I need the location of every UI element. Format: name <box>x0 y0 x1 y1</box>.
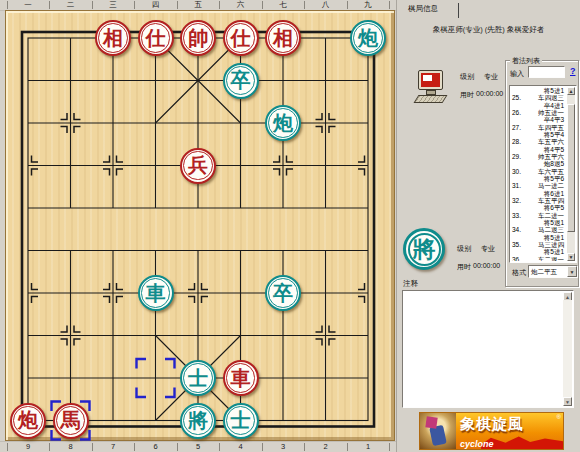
file-label: 九 <box>364 0 372 10</box>
file-label: 一 <box>24 0 32 10</box>
red-level-label: 级别 <box>460 72 474 82</box>
black-side-piece-icon: 將 <box>403 228 445 270</box>
move-list-item[interactable]: 将5退1 <box>511 219 567 226</box>
file-label: 五 <box>194 0 202 10</box>
move-list-item[interactable]: 卒4平3 <box>511 116 567 123</box>
move-list-item[interactable]: 将5平6 <box>511 175 567 182</box>
black-time-label: 用时 <box>457 262 471 272</box>
cyclone-ad-banner[interactable]: 象棋旋風 ® cyclone <box>419 412 564 450</box>
label-separator <box>7 443 8 451</box>
label-separator <box>304 1 305 9</box>
file-label: 四 <box>152 0 160 10</box>
black-time-value: 00:00:00 <box>473 262 500 269</box>
move-list-item[interactable]: 将5进1 <box>511 87 567 94</box>
notes-scroll-track[interactable] <box>563 300 572 398</box>
move-list-item[interactable]: 34.马二退三 <box>511 226 567 233</box>
file-label: 3 <box>281 442 285 452</box>
black-level-label: 级别 <box>457 244 471 254</box>
notes-label: 注释 <box>403 279 418 289</box>
banner-main: 象棋旋風 ® cyclone <box>456 413 563 449</box>
xiangqi-piece-red-車[interactable]: 車 <box>223 360 259 396</box>
label-separator <box>7 1 8 9</box>
movelist-group-label: 着法列表 <box>510 56 542 66</box>
move-list-item[interactable]: 33.车二进一 <box>511 212 567 219</box>
move-list-item[interactable]: 将6进1 <box>511 190 567 197</box>
registered-mark-icon: ® <box>557 414 561 420</box>
xiangqi-piece-teal-士[interactable]: 士 <box>223 403 259 439</box>
label-separator <box>92 443 93 451</box>
move-list-item[interactable]: 将4平5 <box>511 146 567 153</box>
board-grid[interactable]: 相仕帥仕相炮卒炮兵車卒士車炮馬將士 <box>7 17 390 442</box>
label-separator <box>219 443 220 451</box>
move-list-item[interactable]: 35.马三进四 <box>511 241 567 248</box>
banner-photo <box>420 413 456 449</box>
label-separator <box>389 443 390 451</box>
match-title: 象棋巫师(专业) (先胜) 象棋爱好者 <box>397 25 580 35</box>
file-label: 6 <box>153 442 157 452</box>
xiangqi-piece-teal-士[interactable]: 士 <box>180 360 216 396</box>
label-separator <box>347 443 348 451</box>
red-time-value: 00:00:00 <box>476 90 503 97</box>
format-dropdown[interactable]: 炮二平五 ▼ <box>528 265 578 278</box>
notes-textarea[interactable]: ▲ ▼ <box>402 290 574 408</box>
xiangqi-piece-red-帥[interactable]: 帥 <box>180 20 216 56</box>
label-separator <box>49 1 50 9</box>
info-panel: 棋局信息 象棋巫师(专业) (先胜) 象棋爱好者 级别 专业 用时 00:00:… <box>396 0 580 452</box>
tab-divider <box>458 3 459 18</box>
scroll-thumb[interactable] <box>567 104 575 232</box>
tab-game-info[interactable]: 棋局信息 <box>408 4 438 14</box>
file-label: 2 <box>323 442 327 452</box>
xiangqi-piece-red-仕[interactable]: 仕 <box>223 20 259 56</box>
file-label: 三 <box>109 0 117 10</box>
file-label: 5 <box>196 442 200 452</box>
label-separator <box>177 1 178 9</box>
file-label: 9 <box>26 442 30 452</box>
move-list-item[interactable]: 36.车二退一 <box>511 256 567 261</box>
move-list-item[interactable]: 28.车五平六 <box>511 138 567 145</box>
move-list-item[interactable]: 将6平5 <box>511 204 567 211</box>
file-label: 八 <box>322 0 330 10</box>
label-separator <box>262 1 263 9</box>
banner-title: 象棋旋風 <box>460 415 524 434</box>
label-separator <box>134 1 135 9</box>
xiangqi-piece-red-相[interactable]: 相 <box>265 20 301 56</box>
move-input[interactable] <box>528 66 565 78</box>
black-level-value: 专业 <box>481 244 495 254</box>
label-separator <box>389 1 390 9</box>
file-label: 二 <box>67 0 75 10</box>
move-list-item[interactable]: 29.帅五平六 <box>511 153 567 160</box>
label-separator <box>49 443 50 451</box>
red-level-value: 专业 <box>484 72 498 82</box>
move-list-item[interactable]: 卒4进1 <box>511 102 567 109</box>
move-list-item[interactable]: 25.车四退三 <box>511 94 567 101</box>
input-label: 输入 <box>510 69 524 79</box>
xiangqi-piece-red-炮[interactable]: 炮 <box>10 403 46 439</box>
xiangqi-piece-teal-卒[interactable]: 卒 <box>223 63 259 99</box>
keyboard-shape <box>414 95 448 103</box>
xiangqi-piece-teal-炮[interactable]: 炮 <box>265 105 301 141</box>
move-list-item[interactable]: 将5进1 <box>511 234 567 241</box>
xiangqi-board: 一二三四五六七八九 相仕帥仕相炮卒炮兵車卒士車炮馬將士 987654321 <box>0 0 396 452</box>
board-file-labels-bottom: 987654321 <box>0 441 396 452</box>
monitor-shape <box>418 70 443 90</box>
move-list-item[interactable]: 26.帅五进一 <box>511 109 567 116</box>
move-list-scrollbar[interactable]: ▲ ▼ <box>567 87 575 261</box>
move-list-item[interactable]: 32.车五平四 <box>511 197 567 204</box>
notes-scroll-down-icon[interactable]: ▼ <box>563 397 572 406</box>
file-label: 六 <box>237 0 245 10</box>
move-list[interactable]: 将5进125.车四退三卒4进126.帅五进一卒4平327.车四平五将5平428.… <box>509 85 577 263</box>
label-separator <box>304 443 305 451</box>
file-label: 7 <box>111 442 115 452</box>
move-list-item[interactable]: 将5平4 <box>511 131 567 138</box>
xiangqi-piece-red-相[interactable]: 相 <box>95 20 131 56</box>
xiangqi-piece-teal-卒[interactable]: 卒 <box>265 275 301 311</box>
xiangqi-piece-teal-炮[interactable]: 炮 <box>350 20 386 56</box>
movelist-groupbox: 着法列表 输入 ? 将5进125.车四退三卒4进126.帅五进一卒4平327.车… <box>505 60 579 287</box>
label-separator <box>219 1 220 9</box>
label-separator <box>92 1 93 9</box>
xiangqi-piece-teal-車[interactable]: 車 <box>138 275 174 311</box>
dropdown-arrow-icon[interactable]: ▼ <box>567 266 577 277</box>
format-value: 炮二平五 <box>530 267 566 276</box>
file-label: 1 <box>366 442 370 452</box>
format-label: 格式 <box>512 268 526 278</box>
move-list-item[interactable]: 31.马一进二 <box>511 182 567 189</box>
banner-subtitle: cyclone <box>460 439 494 449</box>
label-separator <box>262 443 263 451</box>
file-label: 8 <box>68 442 72 452</box>
computer-icon <box>415 70 447 104</box>
scroll-down-icon[interactable]: ▼ <box>567 253 575 261</box>
file-label: 4 <box>238 442 242 452</box>
scroll-up-icon[interactable]: ▲ <box>567 87 575 95</box>
help-link[interactable]: ? <box>570 66 576 76</box>
xiangqi-piece-red-仕[interactable]: 仕 <box>138 20 174 56</box>
xiangqi-piece-red-兵[interactable]: 兵 <box>180 148 216 184</box>
label-separator <box>134 443 135 451</box>
label-separator <box>347 1 348 9</box>
red-time-label: 用时 <box>460 90 474 100</box>
label-separator <box>177 443 178 451</box>
move-list-item[interactable]: 27.车四平五 <box>511 124 567 131</box>
move-list-item[interactable]: 30.车六平五 <box>511 168 567 175</box>
xiangqi-piece-teal-將[interactable]: 將 <box>180 403 216 439</box>
move-list-item[interactable]: 将5进1 <box>511 248 567 255</box>
move-list-item[interactable]: 炮8退5 <box>511 160 567 167</box>
file-label: 七 <box>279 0 287 10</box>
xiangqi-piece-red-馬[interactable]: 馬 <box>53 403 89 439</box>
